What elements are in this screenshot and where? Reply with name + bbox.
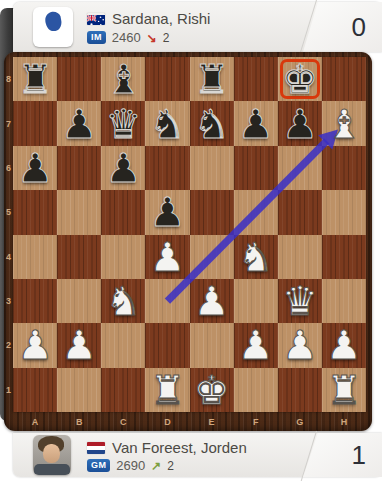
rank-label-5: 5 (4, 190, 13, 234)
board-frame: ♜♝♜♚♟♛♞♞♟♟♝♟♟♟♟♞♞♟♛♟♟♟♟♟♜♚♜ 87654321ABCD… (4, 52, 372, 431)
square-h7[interactable]: ♝ (322, 101, 366, 145)
square-d8[interactable] (145, 57, 189, 101)
file-label-g: G (278, 412, 322, 431)
netherlands-flag-icon (87, 442, 105, 454)
file-label-b: B (57, 412, 101, 431)
square-e5[interactable] (190, 190, 234, 234)
square-h3[interactable] (322, 279, 366, 323)
file-label-c: C (101, 412, 145, 431)
square-f1[interactable] (234, 368, 278, 412)
square-h8[interactable] (322, 57, 366, 101)
square-g7[interactable]: ♟ (278, 101, 322, 145)
square-d7[interactable]: ♞ (145, 101, 189, 145)
bottom-player-score: 1 (352, 440, 366, 471)
piece-white-pawn-a2[interactable]: ♟ (13, 323, 57, 367)
bottom-player-avatar[interactable] (33, 435, 71, 475)
piece-white-pawn-d4[interactable]: ♟ (145, 235, 189, 279)
piece-white-bishop-h7[interactable]: ♝ (322, 101, 366, 145)
square-f3[interactable] (234, 279, 278, 323)
file-label-e: E (190, 412, 234, 431)
square-h1[interactable]: ♜ (322, 368, 366, 412)
piece-black-queen-c7[interactable]: ♛ (101, 101, 145, 145)
square-f5[interactable] (234, 190, 278, 234)
square-h6[interactable] (322, 146, 366, 190)
rank-label-2: 2 (4, 323, 13, 367)
rank-label-3: 3 (4, 279, 13, 323)
avatar-photo-shirt (34, 464, 70, 475)
piece-black-pawn-b7[interactable]: ♟ (57, 101, 101, 145)
bottom-player-name[interactable]: Van Foreest, Jorden (112, 439, 247, 456)
square-e1[interactable]: ♚ (190, 368, 234, 412)
square-b2[interactable]: ♟ (57, 323, 101, 367)
rank-label-8: 8 (4, 57, 13, 101)
square-g8[interactable]: ♚ (278, 57, 322, 101)
square-d4[interactable]: ♟ (145, 235, 189, 279)
square-b6[interactable] (57, 146, 101, 190)
piece-black-king-g8[interactable]: ♚ (278, 57, 322, 101)
square-d1[interactable]: ♜ (145, 368, 189, 412)
square-f6[interactable] (234, 146, 278, 190)
square-d5[interactable]: ♟ (145, 190, 189, 234)
piece-black-knight-e7[interactable]: ♞ (190, 101, 234, 145)
square-e7[interactable]: ♞ (190, 101, 234, 145)
square-b1[interactable] (57, 368, 101, 412)
rating-down-icon: ↘ (147, 31, 157, 45)
australia-flag-icon (87, 13, 105, 25)
square-a4[interactable] (13, 235, 57, 279)
bottom-player-title-badge: GM (87, 459, 110, 472)
rank-label-4: 4 (4, 235, 13, 279)
bottom-player-rating: 2690 (116, 458, 145, 473)
square-a5[interactable] (13, 190, 57, 234)
piece-white-pawn-h2[interactable]: ♟ (322, 323, 366, 367)
piece-black-knight-d7[interactable]: ♞ (145, 101, 189, 145)
bottom-player-rating-change: 2 (167, 459, 174, 473)
square-g4[interactable] (278, 235, 322, 279)
file-label-d: D (145, 412, 189, 431)
square-f2[interactable]: ♟ (234, 323, 278, 367)
rating-up-icon: ↗ (151, 459, 161, 473)
rank-label-1: 1 (4, 368, 13, 412)
avatar-silhouette-icon (40, 10, 66, 44)
square-c3[interactable]: ♞ (101, 279, 145, 323)
square-a8[interactable]: ♜ (13, 57, 57, 101)
piece-white-queen-g3[interactable]: ♛ (278, 279, 322, 323)
top-player-name[interactable]: Sardana, Rishi (112, 10, 210, 27)
square-f7[interactable]: ♟ (234, 101, 278, 145)
square-d6[interactable] (145, 146, 189, 190)
square-f4[interactable]: ♞ (234, 235, 278, 279)
square-g3[interactable]: ♛ (278, 279, 322, 323)
square-c6[interactable]: ♟ (101, 146, 145, 190)
piece-black-pawn-d5[interactable]: ♟ (145, 190, 189, 234)
piece-black-pawn-g7[interactable]: ♟ (278, 101, 322, 145)
square-c5[interactable] (101, 190, 145, 234)
square-e4[interactable] (190, 235, 234, 279)
square-c4[interactable] (101, 235, 145, 279)
top-player-title-badge: IM (87, 31, 106, 44)
top-player-rating-change: 2 (163, 31, 170, 45)
rank-label-6: 6 (4, 146, 13, 190)
piece-black-pawn-f7[interactable]: ♟ (234, 101, 278, 145)
square-e3[interactable]: ♟ (190, 279, 234, 323)
file-label-a: A (13, 412, 57, 431)
square-a6[interactable]: ♟ (13, 146, 57, 190)
square-c1[interactable] (101, 368, 145, 412)
square-g1[interactable] (278, 368, 322, 412)
square-f8[interactable] (234, 57, 278, 101)
square-a7[interactable] (13, 101, 57, 145)
piece-black-pawn-c6[interactable]: ♟ (101, 146, 145, 190)
square-d2[interactable] (145, 323, 189, 367)
top-score-panel: 0 (298, 2, 382, 52)
top-player-rating: 2460 (112, 30, 141, 45)
square-h5[interactable] (322, 190, 366, 234)
piece-white-rook-h1[interactable]: ♜ (322, 368, 366, 412)
piece-white-king-e1[interactable]: ♚ (190, 368, 234, 412)
square-c2[interactable] (101, 323, 145, 367)
square-a2[interactable]: ♟ (13, 323, 57, 367)
square-a1[interactable] (13, 368, 57, 412)
square-h2[interactable]: ♟ (322, 323, 366, 367)
top-player-bar: 0 (13, 2, 382, 52)
square-e8[interactable]: ♜ (190, 57, 234, 101)
square-g5[interactable] (278, 190, 322, 234)
square-e2[interactable] (190, 323, 234, 367)
square-b8[interactable] (57, 57, 101, 101)
square-b4[interactable] (57, 235, 101, 279)
bottom-score-panel: 1 (298, 433, 382, 477)
square-h4[interactable] (322, 235, 366, 279)
piece-black-bishop-c8[interactable]: ♝ (101, 57, 145, 101)
square-c7[interactable]: ♛ (101, 101, 145, 145)
piece-white-knight-f4[interactable]: ♞ (234, 235, 278, 279)
square-e6[interactable] (190, 146, 234, 190)
top-player-score: 0 (352, 12, 366, 43)
square-b5[interactable] (57, 190, 101, 234)
file-label-h: H (322, 412, 366, 431)
square-c8[interactable]: ♝ (101, 57, 145, 101)
game-view: 0 (0, 0, 382, 481)
chess-board: ♜♝♜♚♟♛♞♞♟♟♝♟♟♟♟♞♞♟♛♟♟♟♟♟♜♚♜ (13, 57, 366, 412)
square-g6[interactable] (278, 146, 322, 190)
file-label-f: F (234, 412, 278, 431)
square-b7[interactable]: ♟ (57, 101, 101, 145)
piece-white-knight-c3[interactable]: ♞ (101, 279, 145, 323)
piece-white-pawn-f2[interactable]: ♟ (234, 323, 278, 367)
piece-black-pawn-a6[interactable]: ♟ (13, 146, 57, 190)
rank-label-7: 7 (4, 101, 13, 145)
square-d3[interactable] (145, 279, 189, 323)
square-b3[interactable] (57, 279, 101, 323)
square-g2[interactable]: ♟ (278, 323, 322, 367)
square-a3[interactable] (13, 279, 57, 323)
bottom-player-bar: 1 Van Foreest, Jorden GM 2690 ↗ 2 (13, 433, 382, 477)
piece-white-pawn-e3[interactable]: ♟ (190, 279, 234, 323)
top-player-avatar[interactable] (33, 7, 73, 47)
piece-black-rook-e8[interactable]: ♜ (190, 57, 234, 101)
piece-white-rook-d1[interactable]: ♜ (145, 368, 189, 412)
piece-white-pawn-g2[interactable]: ♟ (278, 323, 322, 367)
avatar-photo-face (43, 444, 60, 463)
piece-white-pawn-b2[interactable]: ♟ (57, 323, 101, 367)
piece-black-rook-a8[interactable]: ♜ (13, 57, 57, 101)
